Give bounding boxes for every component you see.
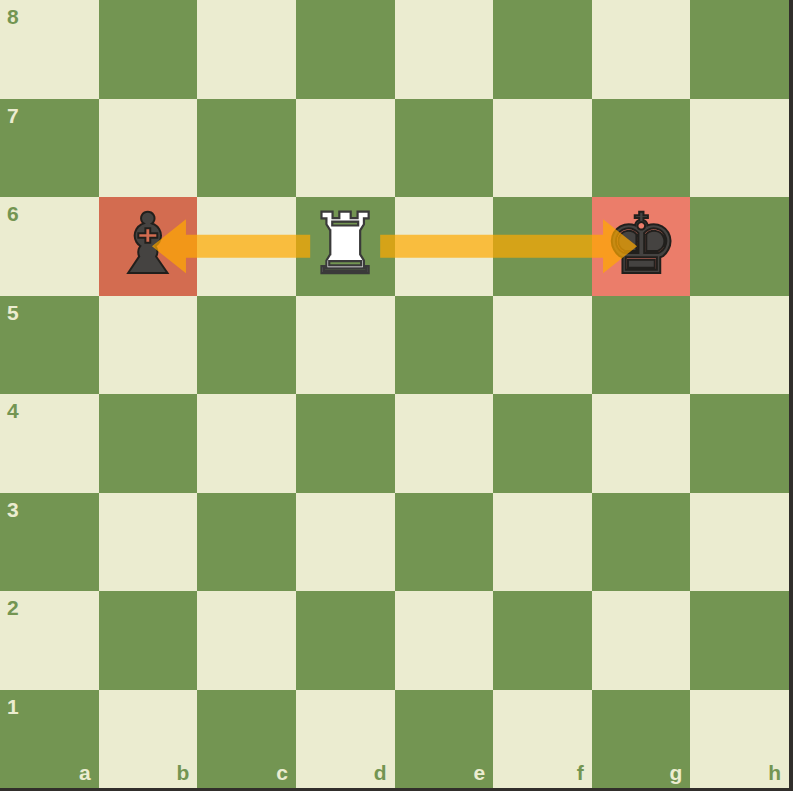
square-d2[interactable]: [296, 591, 395, 690]
square-c1[interactable]: c: [197, 690, 296, 789]
square-b4[interactable]: [99, 394, 198, 493]
square-a4[interactable]: 4: [0, 394, 99, 493]
file-label-h: h: [768, 762, 781, 783]
file-label-d: d: [374, 762, 387, 783]
white-rook-d6[interactable]: ♜: [296, 197, 395, 296]
file-label-a: a: [79, 762, 91, 783]
square-e8[interactable]: [395, 0, 494, 99]
square-d8[interactable]: [296, 0, 395, 99]
rank-label-6: 6: [7, 203, 19, 224]
square-f2[interactable]: [493, 591, 592, 690]
square-b5[interactable]: [99, 296, 198, 395]
rank-label-2: 2: [7, 597, 19, 618]
square-h6[interactable]: [690, 197, 789, 296]
square-b7[interactable]: [99, 99, 198, 198]
square-c2[interactable]: [197, 591, 296, 690]
square-g2[interactable]: [592, 591, 691, 690]
square-e1[interactable]: e: [395, 690, 494, 789]
square-h3[interactable]: [690, 493, 789, 592]
square-h1[interactable]: h: [690, 690, 789, 789]
square-f1[interactable]: f: [493, 690, 592, 789]
square-a2[interactable]: 2: [0, 591, 99, 690]
square-b6[interactable]: ♝: [99, 197, 198, 296]
square-h5[interactable]: [690, 296, 789, 395]
square-c7[interactable]: [197, 99, 296, 198]
square-d4[interactable]: [296, 394, 395, 493]
black-king-g6[interactable]: ♚: [592, 197, 691, 296]
window-edge-right: [789, 0, 793, 791]
rank-label-5: 5: [7, 302, 19, 323]
square-g7[interactable]: [592, 99, 691, 198]
square-h2[interactable]: [690, 591, 789, 690]
square-h4[interactable]: [690, 394, 789, 493]
rank-label-1: 1: [7, 696, 19, 717]
chess-board: 876♝♜♚54321abcdefgh: [0, 0, 789, 788]
square-c3[interactable]: [197, 493, 296, 592]
square-f4[interactable]: [493, 394, 592, 493]
square-c8[interactable]: [197, 0, 296, 99]
black-bishop-b6[interactable]: ♝: [99, 197, 198, 296]
square-a6[interactable]: 6: [0, 197, 99, 296]
rank-label-8: 8: [7, 6, 19, 27]
square-g8[interactable]: [592, 0, 691, 99]
square-e2[interactable]: [395, 591, 494, 690]
square-d3[interactable]: [296, 493, 395, 592]
board-container: 876♝♜♚54321abcdefgh: [0, 0, 793, 791]
rank-label-3: 3: [7, 499, 19, 520]
square-b1[interactable]: b: [99, 690, 198, 789]
file-label-b: b: [176, 762, 189, 783]
square-d6[interactable]: ♜: [296, 197, 395, 296]
square-a5[interactable]: 5: [0, 296, 99, 395]
file-label-f: f: [577, 762, 584, 783]
square-f3[interactable]: [493, 493, 592, 592]
square-d5[interactable]: [296, 296, 395, 395]
square-b3[interactable]: [99, 493, 198, 592]
file-label-e: e: [473, 762, 485, 783]
square-g4[interactable]: [592, 394, 691, 493]
square-a7[interactable]: 7: [0, 99, 99, 198]
file-label-c: c: [276, 762, 288, 783]
rank-label-4: 4: [7, 400, 19, 421]
square-a1[interactable]: 1a: [0, 690, 99, 789]
square-d7[interactable]: [296, 99, 395, 198]
square-e4[interactable]: [395, 394, 494, 493]
square-b2[interactable]: [99, 591, 198, 690]
square-e5[interactable]: [395, 296, 494, 395]
square-g5[interactable]: [592, 296, 691, 395]
square-f6[interactable]: [493, 197, 592, 296]
square-h7[interactable]: [690, 99, 789, 198]
square-g1[interactable]: g: [592, 690, 691, 789]
square-a3[interactable]: 3: [0, 493, 99, 592]
square-h8[interactable]: [690, 0, 789, 99]
square-d1[interactable]: d: [296, 690, 395, 789]
file-label-g: g: [670, 762, 683, 783]
square-c6[interactable]: [197, 197, 296, 296]
square-f8[interactable]: [493, 0, 592, 99]
square-e6[interactable]: [395, 197, 494, 296]
rank-label-7: 7: [7, 105, 19, 126]
square-b8[interactable]: [99, 0, 198, 99]
square-c5[interactable]: [197, 296, 296, 395]
square-g6[interactable]: ♚: [592, 197, 691, 296]
square-e3[interactable]: [395, 493, 494, 592]
square-e7[interactable]: [395, 99, 494, 198]
square-g3[interactable]: [592, 493, 691, 592]
square-f5[interactable]: [493, 296, 592, 395]
square-c4[interactable]: [197, 394, 296, 493]
square-f7[interactable]: [493, 99, 592, 198]
square-a8[interactable]: 8: [0, 0, 99, 99]
